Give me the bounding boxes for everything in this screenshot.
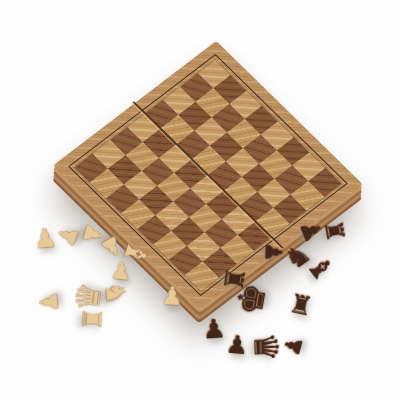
dark-pawn-piece: ♟ [261,241,285,262]
dark-rook-piece: ♜ [287,290,315,320]
dark-queen-piece: ♛ [249,332,283,363]
dark-pawn-piece: ♟ [201,315,226,343]
dark-pieces-group: ♟♜♞♝♟♜♚♟♟♛♜♟ [0,0,400,400]
dark-king-piece: ♚ [231,280,272,318]
chess-set-photo: ♟♟♟♟♝♟♞♛♜♟♟ ♟♜♞♝♟♜♚♟♟♛♜♟ [0,0,400,400]
dark-rook-piece: ♜ [320,218,347,243]
